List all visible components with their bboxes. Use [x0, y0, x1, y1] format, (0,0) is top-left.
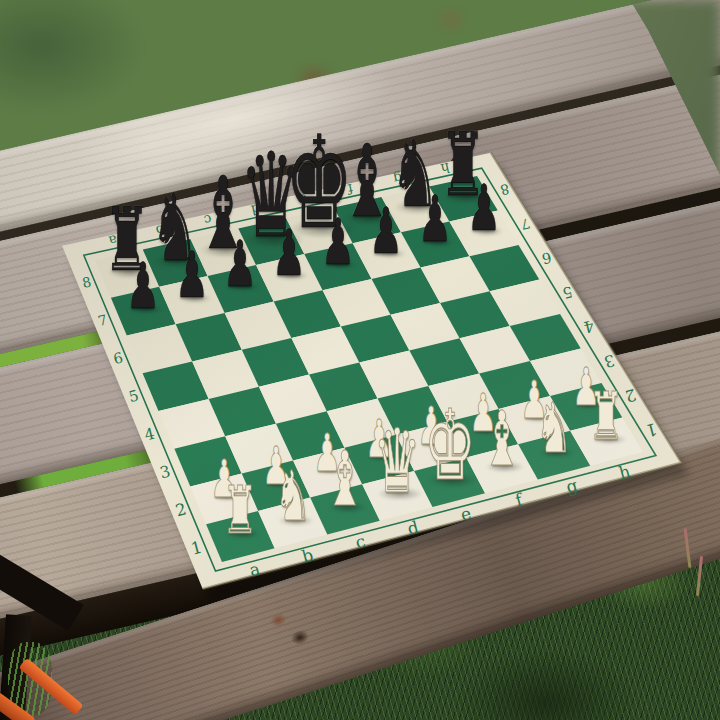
outdoor-chess-scene: aabbccddeeffgghh8877665544332211 ♜♞♝♛♚♝♞… — [0, 0, 720, 720]
chess-board: aabbccddeeffgghh8877665544332211 — [0, 0, 720, 720]
mat-lighting — [62, 153, 681, 589]
